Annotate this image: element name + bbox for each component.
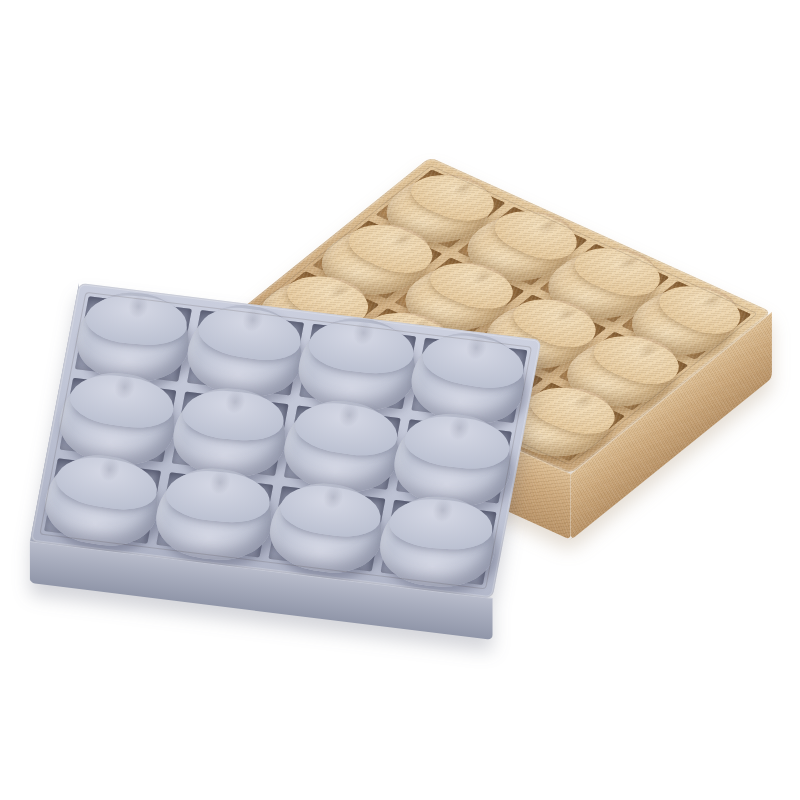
tray-slot [411,338,528,423]
tray-slot [172,391,289,476]
tray-slot [44,458,161,543]
watch-pillow [37,447,168,552]
tray-slot [60,377,177,462]
watch-pillow [277,394,409,498]
watch-pillow [71,289,196,385]
tray-slot [284,405,401,490]
tray-gray [0,0,800,800]
watch-pillow [263,476,391,577]
tray-slot [156,472,273,557]
product-photo [0,0,800,800]
pillow-grid [44,296,528,584]
watch-pillow [375,492,502,589]
watch-pillow [388,408,520,511]
watch-pillow [168,384,293,481]
tray-slot [299,324,416,409]
watch-pillow [180,299,312,404]
tray-slot [396,419,513,504]
tray-slot [75,296,192,381]
watch-pillow [150,463,280,564]
tray-slot [268,486,385,571]
tray-slot [187,310,304,395]
tray-slot [380,500,497,585]
